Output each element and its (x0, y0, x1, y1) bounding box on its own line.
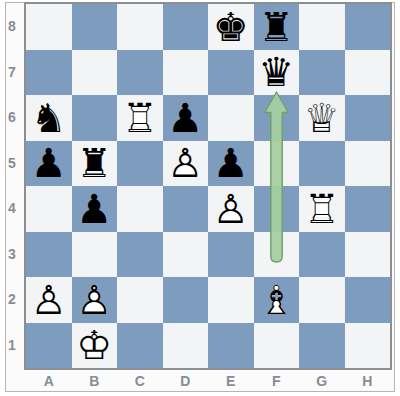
file-label-c: C (117, 371, 163, 391)
chess-diagram: ♚♜♛♞♜♖♟♛♕♟♜♟♙♟♟♟♙♜♖♟♙♟♙♝♗♚♔ 87654321 ABC… (0, 0, 400, 396)
square-d8 (163, 4, 209, 50)
piece-white-rook-c6: ♜♖ (117, 95, 163, 141)
square-a4 (26, 186, 72, 232)
square-c2 (117, 277, 163, 323)
square-c4 (117, 186, 163, 232)
piece-black-queen-f7: ♛ (254, 50, 300, 96)
square-g4: ♜♖ (299, 186, 345, 232)
square-g5 (299, 141, 345, 187)
square-g3 (299, 232, 345, 278)
square-a5: ♟ (26, 141, 72, 187)
piece-black-pawn-b4: ♟ (72, 186, 118, 232)
square-c3 (117, 232, 163, 278)
square-b6 (72, 95, 118, 141)
square-d3 (163, 232, 209, 278)
square-d1 (163, 323, 209, 369)
square-a7 (26, 50, 72, 96)
square-g2 (299, 277, 345, 323)
square-c6: ♜♖ (117, 95, 163, 141)
piece-black-knight-a6: ♞ (26, 95, 72, 141)
rank-label-8: 8 (2, 4, 22, 50)
piece-white-pawn-a2: ♟♙ (26, 277, 72, 323)
rank-label-2: 2 (2, 277, 22, 323)
rank-label-5: 5 (2, 141, 22, 187)
square-f2: ♝♗ (254, 277, 300, 323)
square-a6: ♞ (26, 95, 72, 141)
piece-white-pawn-b2: ♟♙ (72, 277, 118, 323)
rank-label-6: 6 (2, 95, 22, 141)
square-c8 (117, 4, 163, 50)
square-f5 (254, 141, 300, 187)
square-g1 (299, 323, 345, 369)
square-a2: ♟♙ (26, 277, 72, 323)
file-label-f: F (254, 371, 300, 391)
file-label-b: B (72, 371, 118, 391)
square-b8 (72, 4, 118, 50)
piece-black-king-e8: ♚ (208, 4, 254, 50)
square-h5 (345, 141, 391, 187)
piece-black-pawn-d6: ♟ (163, 95, 209, 141)
square-h6 (345, 95, 391, 141)
square-e1 (208, 323, 254, 369)
square-e2 (208, 277, 254, 323)
square-b4: ♟ (72, 186, 118, 232)
piece-white-king-b1: ♚♔ (72, 323, 118, 369)
file-label-d: D (163, 371, 209, 391)
square-a1 (26, 323, 72, 369)
square-c1 (117, 323, 163, 369)
square-d7 (163, 50, 209, 96)
square-g7 (299, 50, 345, 96)
square-h8 (345, 4, 391, 50)
piece-black-pawn-e5: ♟ (208, 141, 254, 187)
piece-white-bishop-f2: ♝♗ (254, 277, 300, 323)
piece-black-rook-f8: ♜ (254, 4, 300, 50)
square-f6 (254, 95, 300, 141)
square-f8: ♜ (254, 4, 300, 50)
square-a8 (26, 4, 72, 50)
square-g6: ♛♕ (299, 95, 345, 141)
square-b3 (72, 232, 118, 278)
piece-black-pawn-a5: ♟ (26, 141, 72, 187)
file-label-e: E (208, 371, 254, 391)
file-label-a: A (26, 371, 72, 391)
square-d2 (163, 277, 209, 323)
square-g8 (299, 4, 345, 50)
square-d4 (163, 186, 209, 232)
piece-black-rook-b5: ♜ (72, 141, 118, 187)
square-h3 (345, 232, 391, 278)
rank-label-3: 3 (2, 232, 22, 278)
piece-white-queen-g6: ♛♕ (299, 95, 345, 141)
square-f3 (254, 232, 300, 278)
square-d6: ♟ (163, 95, 209, 141)
rank-label-1: 1 (2, 323, 22, 369)
piece-white-pawn-d5: ♟♙ (163, 141, 209, 187)
square-h1 (345, 323, 391, 369)
piece-white-pawn-e4: ♟♙ (208, 186, 254, 232)
square-e6 (208, 95, 254, 141)
piece-white-rook-g4: ♜♖ (299, 186, 345, 232)
square-f4 (254, 186, 300, 232)
square-h4 (345, 186, 391, 232)
square-c5 (117, 141, 163, 187)
square-b2: ♟♙ (72, 277, 118, 323)
square-a3 (26, 232, 72, 278)
square-h2 (345, 277, 391, 323)
square-b1: ♚♔ (72, 323, 118, 369)
square-e5: ♟ (208, 141, 254, 187)
square-b5: ♜ (72, 141, 118, 187)
square-f7: ♛ (254, 50, 300, 96)
square-h7 (345, 50, 391, 96)
square-e4: ♟♙ (208, 186, 254, 232)
board-squares: ♚♜♛♞♜♖♟♛♕♟♜♟♙♟♟♟♙♜♖♟♙♟♙♝♗♚♔ (26, 4, 390, 368)
square-d5: ♟♙ (163, 141, 209, 187)
file-label-h: H (345, 371, 391, 391)
square-c7 (117, 50, 163, 96)
square-f1 (254, 323, 300, 369)
square-e7 (208, 50, 254, 96)
rank-label-4: 4 (2, 186, 22, 232)
square-e3 (208, 232, 254, 278)
file-label-g: G (299, 371, 345, 391)
square-b7 (72, 50, 118, 96)
square-e8: ♚ (208, 4, 254, 50)
rank-label-7: 7 (2, 50, 22, 96)
chess-board: ♚♜♛♞♜♖♟♛♕♟♜♟♙♟♟♟♙♜♖♟♙♟♙♝♗♚♔ (24, 2, 392, 370)
